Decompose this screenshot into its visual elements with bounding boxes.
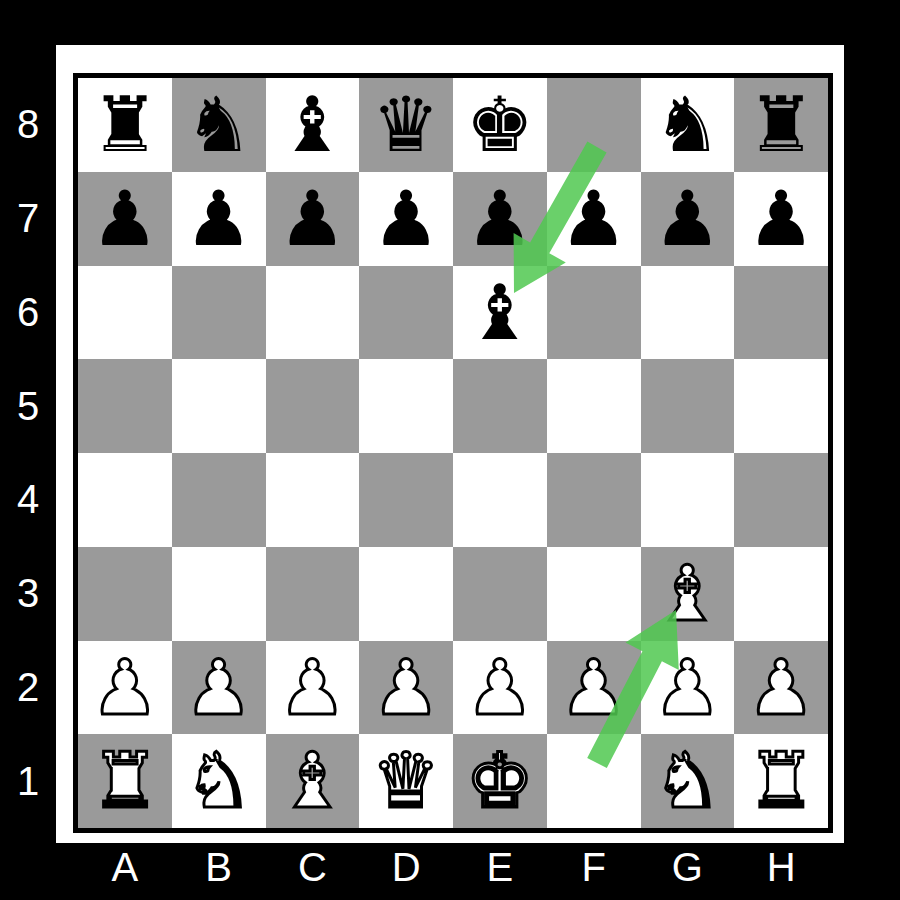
square-h5[interactable] — [734, 359, 828, 453]
file-label-a: A — [78, 840, 172, 895]
square-f2[interactable]: ♟ — [547, 641, 641, 735]
square-c8[interactable]: ♝ — [266, 78, 360, 172]
file-label-g: G — [641, 840, 735, 895]
square-e4[interactable] — [453, 453, 547, 547]
black-pawn-icon[interactable]: ♟ — [185, 172, 253, 266]
white-pawn-icon[interactable]: ♟ — [466, 641, 534, 735]
square-g6[interactable] — [641, 266, 735, 360]
white-pawn-icon[interactable]: ♟ — [372, 641, 440, 735]
black-pawn-icon[interactable]: ♟ — [560, 172, 628, 266]
square-c1[interactable]: ♝ — [266, 734, 360, 828]
black-pawn-icon[interactable]: ♟ — [278, 172, 346, 266]
square-c6[interactable] — [266, 266, 360, 360]
file-label-b: B — [172, 840, 266, 895]
file-label-c: C — [266, 840, 360, 895]
square-d5[interactable] — [359, 359, 453, 453]
square-e3[interactable] — [453, 547, 547, 641]
square-e6[interactable]: ♝ — [453, 266, 547, 360]
rank-label-8: 8 — [0, 78, 56, 172]
black-pawn-icon[interactable]: ♟ — [466, 172, 534, 266]
square-f8[interactable] — [547, 78, 641, 172]
white-rook-icon[interactable]: ♜ — [747, 734, 815, 828]
rank-label-6: 6 — [0, 266, 56, 360]
black-knight-icon[interactable]: ♞ — [185, 78, 253, 172]
square-b3[interactable] — [172, 547, 266, 641]
chess-board: ♜♞♝♛♚♞♜♟♟♟♟♟♟♟♟♝♝♟♟♟♟♟♟♟♟♜♞♝♛♚♞♜ — [73, 73, 833, 833]
white-bishop-icon[interactable]: ♝ — [653, 547, 721, 641]
square-d2[interactable]: ♟ — [359, 641, 453, 735]
white-queen-icon[interactable]: ♛ — [372, 734, 440, 828]
square-e1[interactable]: ♚ — [453, 734, 547, 828]
rank-label-5: 5 — [0, 359, 56, 453]
white-pawn-icon[interactable]: ♟ — [278, 641, 346, 735]
white-pawn-icon[interactable]: ♟ — [185, 641, 253, 735]
square-h8[interactable]: ♜ — [734, 78, 828, 172]
square-h7[interactable]: ♟ — [734, 172, 828, 266]
black-pawn-icon[interactable]: ♟ — [372, 172, 440, 266]
square-b4[interactable] — [172, 453, 266, 547]
white-pawn-icon[interactable]: ♟ — [560, 641, 628, 735]
square-g5[interactable] — [641, 359, 735, 453]
black-knight-icon[interactable]: ♞ — [653, 78, 721, 172]
square-b8[interactable]: ♞ — [172, 78, 266, 172]
square-f1[interactable] — [547, 734, 641, 828]
square-g1[interactable]: ♞ — [641, 734, 735, 828]
black-bishop-icon[interactable]: ♝ — [466, 266, 534, 360]
square-b5[interactable] — [172, 359, 266, 453]
black-pawn-icon[interactable]: ♟ — [653, 172, 721, 266]
black-queen-icon[interactable]: ♛ — [372, 78, 440, 172]
square-b7[interactable]: ♟ — [172, 172, 266, 266]
square-d6[interactable] — [359, 266, 453, 360]
square-e8[interactable]: ♚ — [453, 78, 547, 172]
file-label-h: H — [734, 840, 828, 895]
square-c3[interactable] — [266, 547, 360, 641]
square-e2[interactable]: ♟ — [453, 641, 547, 735]
square-a6[interactable] — [78, 266, 172, 360]
square-f6[interactable] — [547, 266, 641, 360]
square-g3[interactable]: ♝ — [641, 547, 735, 641]
square-h6[interactable] — [734, 266, 828, 360]
white-pawn-icon[interactable]: ♟ — [653, 641, 721, 735]
file-label-d: D — [359, 840, 453, 895]
square-a5[interactable] — [78, 359, 172, 453]
rank-label-7: 7 — [0, 172, 56, 266]
square-a4[interactable] — [78, 453, 172, 547]
square-b2[interactable]: ♟ — [172, 641, 266, 735]
black-pawn-icon[interactable]: ♟ — [91, 172, 159, 266]
white-rook-icon[interactable]: ♜ — [91, 734, 159, 828]
square-a7[interactable]: ♟ — [78, 172, 172, 266]
file-label-f: F — [547, 840, 641, 895]
white-pawn-icon[interactable]: ♟ — [747, 641, 815, 735]
square-g8[interactable]: ♞ — [641, 78, 735, 172]
file-label-e: E — [453, 840, 547, 895]
white-pawn-icon[interactable]: ♟ — [91, 641, 159, 735]
square-d1[interactable]: ♛ — [359, 734, 453, 828]
square-a2[interactable]: ♟ — [78, 641, 172, 735]
square-g7[interactable]: ♟ — [641, 172, 735, 266]
square-f5[interactable] — [547, 359, 641, 453]
square-d3[interactable] — [359, 547, 453, 641]
white-knight-icon[interactable]: ♞ — [653, 734, 721, 828]
black-king-icon[interactable]: ♚ — [466, 78, 534, 172]
square-d4[interactable] — [359, 453, 453, 547]
rank-label-3: 3 — [0, 547, 56, 641]
square-c2[interactable]: ♟ — [266, 641, 360, 735]
square-g4[interactable] — [641, 453, 735, 547]
square-d7[interactable]: ♟ — [359, 172, 453, 266]
rank-label-1: 1 — [0, 734, 56, 828]
square-a3[interactable] — [78, 547, 172, 641]
square-b6[interactable] — [172, 266, 266, 360]
black-pawn-icon[interactable]: ♟ — [747, 172, 815, 266]
square-c5[interactable] — [266, 359, 360, 453]
square-d8[interactable]: ♛ — [359, 78, 453, 172]
square-f4[interactable] — [547, 453, 641, 547]
white-bishop-icon[interactable]: ♝ — [278, 734, 346, 828]
square-h1[interactable]: ♜ — [734, 734, 828, 828]
rank-label-4: 4 — [0, 453, 56, 547]
square-f3[interactable] — [547, 547, 641, 641]
square-f7[interactable]: ♟ — [547, 172, 641, 266]
white-king-icon[interactable]: ♚ — [466, 734, 534, 828]
black-rook-icon[interactable]: ♜ — [747, 78, 815, 172]
square-c7[interactable]: ♟ — [266, 172, 360, 266]
square-g2[interactable]: ♟ — [641, 641, 735, 735]
square-h3[interactable] — [734, 547, 828, 641]
square-e5[interactable] — [453, 359, 547, 453]
black-bishop-icon[interactable]: ♝ — [278, 78, 346, 172]
square-a1[interactable]: ♜ — [78, 734, 172, 828]
square-e7[interactable]: ♟ — [453, 172, 547, 266]
square-b1[interactable]: ♞ — [172, 734, 266, 828]
rank-label-2: 2 — [0, 641, 56, 735]
square-h4[interactable] — [734, 453, 828, 547]
white-knight-icon[interactable]: ♞ — [185, 734, 253, 828]
square-a8[interactable]: ♜ — [78, 78, 172, 172]
black-rook-icon[interactable]: ♜ — [91, 78, 159, 172]
square-h2[interactable]: ♟ — [734, 641, 828, 735]
square-c4[interactable] — [266, 453, 360, 547]
